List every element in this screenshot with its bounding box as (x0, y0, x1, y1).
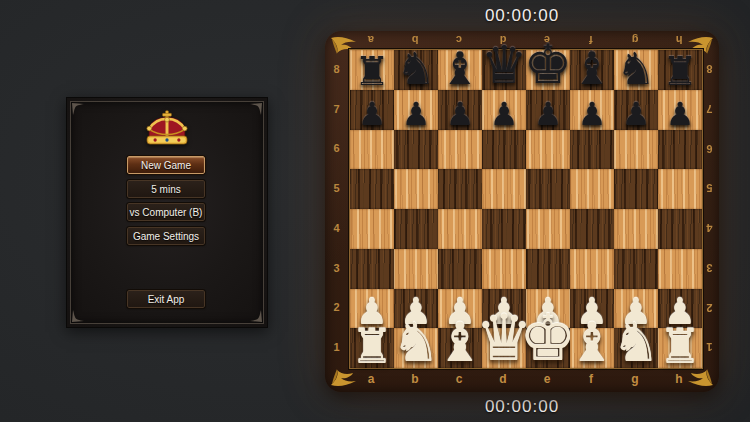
black-clock: 00:00:00 (325, 6, 719, 26)
piece-black-pawn: ♟ (402, 100, 431, 129)
square-e7[interactable]: ♟ (526, 90, 570, 130)
square-f2[interactable]: ♟ (570, 289, 614, 329)
square-c3[interactable] (438, 249, 482, 289)
square-g3[interactable] (614, 249, 658, 289)
square-h8[interactable]: ♜ (658, 50, 702, 90)
square-h4[interactable] (658, 209, 702, 249)
square-h5[interactable] (658, 169, 702, 209)
file-label-f: f (569, 32, 613, 49)
file-label-b: b (393, 368, 437, 390)
rank-label-5: 5 (325, 168, 348, 208)
file-label-c: c (437, 32, 481, 49)
piece-white-pawn: ♟ (444, 295, 476, 328)
square-d4[interactable] (482, 209, 526, 249)
file-label-d: d (481, 368, 525, 390)
square-e3[interactable] (526, 249, 570, 289)
rank-labels-left: 87654321 (325, 49, 348, 367)
square-a2[interactable]: ♟ (350, 289, 394, 329)
piece-black-queen: ♛ (481, 42, 528, 90)
panel-corner-ornament (71, 102, 89, 120)
rank-label-2: 2 (701, 288, 718, 328)
rank-label-3: 3 (325, 248, 348, 288)
piece-white-rook: ♜ (658, 324, 701, 368)
square-c7[interactable]: ♟ (438, 90, 482, 130)
square-f1[interactable]: ♝ (570, 328, 614, 368)
piece-white-pawn: ♟ (400, 295, 432, 328)
square-h3[interactable] (658, 249, 702, 289)
square-a1[interactable]: ♜ (350, 328, 394, 368)
panel-corner-ornament (245, 305, 263, 323)
piece-black-pawn: ♟ (358, 100, 387, 129)
square-e4[interactable] (526, 209, 570, 249)
crown-logo (143, 110, 191, 150)
piece-black-pawn: ♟ (622, 100, 651, 129)
piece-black-bishop: ♝ (440, 48, 480, 89)
square-f7[interactable]: ♟ (570, 90, 614, 130)
piece-white-pawn: ♟ (620, 295, 652, 328)
piece-white-pawn: ♟ (664, 295, 696, 328)
square-f5[interactable] (570, 169, 614, 209)
square-e2[interactable]: ♟ (526, 289, 570, 329)
square-b7[interactable]: ♟ (394, 90, 438, 130)
piece-black-rook: ♜ (354, 53, 390, 90)
square-g2[interactable]: ♟ (614, 289, 658, 329)
square-a7[interactable]: ♟ (350, 90, 394, 130)
square-a4[interactable] (350, 209, 394, 249)
square-h1[interactable]: ♜ (658, 328, 702, 368)
file-label-e: e (525, 32, 569, 49)
game-settings-button[interactable]: Game Settings (127, 227, 205, 245)
file-label-g: g (613, 32, 657, 49)
rank-labels-right: 87654321 (701, 49, 718, 367)
piece-black-pawn: ♟ (578, 100, 607, 129)
square-f8[interactable]: ♝ (570, 50, 614, 90)
piece-black-bishop: ♝ (572, 48, 612, 89)
piece-black-knight: ♞ (616, 49, 655, 89)
rank-label-7: 7 (325, 89, 348, 129)
piece-black-knight: ♞ (396, 49, 435, 89)
panel-corner-ornament (71, 305, 89, 323)
piece-white-rook: ♜ (350, 324, 393, 368)
piece-black-pawn: ♟ (666, 100, 695, 129)
opponent-button[interactable]: vs Computer (B) (127, 203, 205, 221)
square-b1[interactable]: ♞ (394, 328, 438, 368)
square-e5[interactable] (526, 169, 570, 209)
square-f4[interactable] (570, 209, 614, 249)
new-game-button[interactable]: New Game (127, 156, 205, 174)
square-h7[interactable]: ♟ (658, 90, 702, 130)
exit-app-button[interactable]: Exit App (127, 290, 205, 308)
rank-label-1: 1 (701, 327, 718, 367)
file-label-d: d (481, 32, 525, 49)
rank-label-4: 4 (325, 208, 348, 248)
file-label-g: g (613, 368, 657, 390)
rank-label-3: 3 (701, 248, 718, 288)
piece-white-pawn: ♟ (488, 295, 520, 328)
square-c4[interactable] (438, 209, 482, 249)
file-label-e: e (525, 368, 569, 390)
piece-white-pawn: ♟ (576, 295, 608, 328)
time-control-button[interactable]: 5 mins (127, 180, 205, 198)
piece-black-pawn: ♟ (490, 100, 519, 129)
square-g4[interactable] (614, 209, 658, 249)
square-e6[interactable] (526, 130, 570, 170)
rank-label-6: 6 (325, 129, 348, 169)
square-b4[interactable] (394, 209, 438, 249)
piece-black-king: ♚ (524, 40, 572, 90)
piece-black-pawn: ♟ (534, 100, 563, 129)
square-g5[interactable] (614, 169, 658, 209)
square-c8[interactable]: ♝ (438, 50, 482, 90)
square-d7[interactable]: ♟ (482, 90, 526, 130)
rank-label-5: 5 (701, 168, 718, 208)
square-f6[interactable] (570, 130, 614, 170)
square-b2[interactable]: ♟ (394, 289, 438, 329)
square-a6[interactable] (350, 130, 394, 170)
square-f3[interactable] (570, 249, 614, 289)
file-labels-top: abcdefgh (349, 32, 701, 49)
square-a3[interactable] (350, 249, 394, 289)
panel-corner-ornament (245, 102, 263, 120)
square-d5[interactable] (482, 169, 526, 209)
square-g7[interactable]: ♟ (614, 90, 658, 130)
square-g1[interactable]: ♞ (614, 328, 658, 368)
file-label-f: f (569, 368, 613, 390)
square-d1[interactable]: ♛ (482, 328, 526, 368)
square-c1[interactable]: ♝ (438, 328, 482, 368)
square-b8[interactable]: ♞ (394, 50, 438, 90)
piece-white-pawn: ♟ (356, 295, 388, 328)
square-g6[interactable] (614, 130, 658, 170)
menu-panel: New Game 5 mins vs Computer (B) Game Set… (66, 97, 268, 328)
square-c5[interactable] (438, 169, 482, 209)
rank-label-2: 2 (325, 288, 348, 328)
square-b5[interactable] (394, 169, 438, 209)
square-d8[interactable]: ♛ (482, 50, 526, 90)
square-b6[interactable] (394, 130, 438, 170)
white-clock: 00:00:00 (325, 397, 719, 417)
square-c6[interactable] (438, 130, 482, 170)
board-grid: ♜♞♝♛♚♝♞♜♟♟♟♟♟♟♟♟♟♟♟♟♟♟♟♟♜♞♝♛♚♝♞♜ (349, 49, 703, 369)
file-label-c: c (437, 368, 481, 390)
square-b3[interactable] (394, 249, 438, 289)
rank-label-1: 1 (325, 327, 348, 367)
rank-label-6: 6 (701, 129, 718, 169)
chess-board: abcdefgh abcdefgh 87654321 87654321 ♜♞♝♛… (325, 31, 719, 392)
square-d2[interactable]: ♟ (482, 289, 526, 329)
square-h6[interactable] (658, 130, 702, 170)
square-a8[interactable]: ♜ (350, 50, 394, 90)
file-labels-bottom: abcdefgh (349, 368, 701, 390)
square-d3[interactable] (482, 249, 526, 289)
square-e8[interactable]: ♚ (526, 50, 570, 90)
file-label-b: b (393, 32, 437, 49)
square-g8[interactable]: ♞ (614, 50, 658, 90)
app-root: 00:00:00 00:00:00 (0, 0, 750, 422)
square-d6[interactable] (482, 130, 526, 170)
piece-black-pawn: ♟ (446, 100, 475, 129)
square-e1[interactable]: ♚ (526, 328, 570, 368)
piece-black-rook: ♜ (662, 53, 698, 90)
rank-label-7: 7 (701, 89, 718, 129)
rank-label-4: 4 (701, 208, 718, 248)
square-h2[interactable]: ♟ (658, 289, 702, 329)
square-c2[interactable]: ♟ (438, 289, 482, 329)
square-a5[interactable] (350, 169, 394, 209)
piece-white-pawn: ♟ (532, 295, 564, 328)
